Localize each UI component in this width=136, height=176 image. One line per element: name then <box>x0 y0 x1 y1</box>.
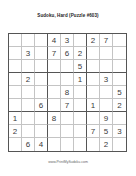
cell-r7c6 <box>74 112 87 125</box>
cell-r9c3: 4 <box>35 138 48 151</box>
cell-r4c6: 1 <box>74 73 87 86</box>
footer-url: www.PrintMySudoku.com <box>0 160 136 164</box>
cell-r7c8: 9 <box>100 112 113 125</box>
cell-r9c5 <box>61 138 74 151</box>
cell-r5c1 <box>9 86 22 99</box>
cell-r6c1 <box>9 99 22 112</box>
cell-r1c9 <box>113 34 126 47</box>
cell-r4c1 <box>9 73 22 86</box>
sudoku-grid: 4327376252138567121892753642 <box>8 33 127 152</box>
cell-r3c5 <box>61 60 74 73</box>
cell-r7c2 <box>22 112 35 125</box>
cell-r4c8: 3 <box>100 73 113 86</box>
cell-r4c4 <box>48 73 61 86</box>
cell-r3c7 <box>87 60 100 73</box>
cell-r5c7 <box>87 86 100 99</box>
cell-r1c8: 7 <box>100 34 113 47</box>
cell-r2c6: 2 <box>74 47 87 60</box>
cell-r5c4 <box>48 86 61 99</box>
cell-r6c2 <box>22 99 35 112</box>
cell-r7c9 <box>113 112 126 125</box>
cell-r8c2 <box>22 125 35 138</box>
cell-r5c6 <box>74 86 87 99</box>
cell-r8c7: 7 <box>87 125 100 138</box>
cell-r3c1 <box>9 60 22 73</box>
cell-r1c6 <box>74 34 87 47</box>
cell-r4c5 <box>61 73 74 86</box>
cell-r2c8 <box>100 47 113 60</box>
cell-r7c1: 1 <box>9 112 22 125</box>
cell-r9c8: 2 <box>100 138 113 151</box>
cell-r1c2 <box>22 34 35 47</box>
cell-r1c4: 4 <box>48 34 61 47</box>
cell-r3c6: 5 <box>74 60 87 73</box>
cell-r2c1 <box>9 47 22 60</box>
cell-r8c9: 3 <box>113 125 126 138</box>
cell-r5c2 <box>22 86 35 99</box>
cell-r4c3 <box>35 73 48 86</box>
cell-r6c6 <box>74 99 87 112</box>
cell-r9c4 <box>48 138 61 151</box>
cell-r2c2: 3 <box>22 47 35 60</box>
cell-r5c8 <box>100 86 113 99</box>
cell-r3c9 <box>113 60 126 73</box>
cell-r2c5: 6 <box>61 47 74 60</box>
cell-r6c8 <box>100 99 113 112</box>
cell-r3c2 <box>22 60 35 73</box>
cell-r2c7 <box>87 47 100 60</box>
cell-r5c5: 8 <box>61 86 74 99</box>
cell-r7c3 <box>35 112 48 125</box>
sudoku-page: Sudoku, Hard (Puzzle #603) 4327376252138… <box>0 0 136 176</box>
cell-r6c4 <box>48 99 61 112</box>
page-title: Sudoku, Hard (Puzzle #603) <box>0 13 136 18</box>
cell-r7c4: 8 <box>48 112 61 125</box>
cell-r7c5 <box>61 112 74 125</box>
cell-r1c5: 3 <box>61 34 74 47</box>
cell-r9c6 <box>74 138 87 151</box>
cell-r4c9 <box>113 73 126 86</box>
cell-r1c3 <box>35 34 48 47</box>
cell-r8c1: 2 <box>9 125 22 138</box>
cell-r5c9: 5 <box>113 86 126 99</box>
cell-r6c7: 1 <box>87 99 100 112</box>
cell-r4c2: 2 <box>22 73 35 86</box>
cell-r2c3 <box>35 47 48 60</box>
cell-r2c9 <box>113 47 126 60</box>
cell-r3c3 <box>35 60 48 73</box>
cell-r7c7 <box>87 112 100 125</box>
cell-r8c6 <box>74 125 87 138</box>
cell-r9c7 <box>87 138 100 151</box>
cell-r3c8 <box>100 60 113 73</box>
cell-r8c4 <box>48 125 61 138</box>
cell-r6c3: 6 <box>35 99 48 112</box>
cell-r9c1 <box>9 138 22 151</box>
cell-r5c3 <box>35 86 48 99</box>
cell-r8c5 <box>61 125 74 138</box>
cell-r2c4: 7 <box>48 47 61 60</box>
cell-r6c9: 2 <box>113 99 126 112</box>
cell-r9c9 <box>113 138 126 151</box>
cell-r6c5: 7 <box>61 99 74 112</box>
cell-r1c7: 2 <box>87 34 100 47</box>
cell-r8c3 <box>35 125 48 138</box>
cell-r1c1 <box>9 34 22 47</box>
cell-r3c4 <box>48 60 61 73</box>
cell-r9c2: 6 <box>22 138 35 151</box>
cell-r4c7 <box>87 73 100 86</box>
cell-r8c8: 5 <box>100 125 113 138</box>
